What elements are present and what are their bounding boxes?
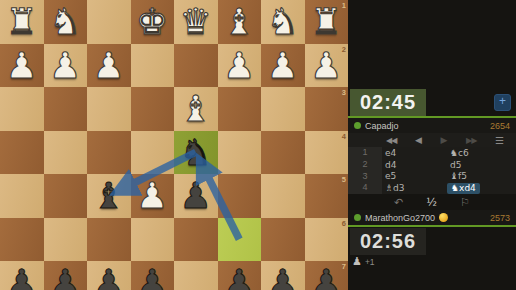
square-h7[interactable]: ♟ [0, 261, 44, 290]
captured-pawn-icon: ♟ [352, 256, 362, 267]
opponent-name[interactable]: Capadjo [365, 121, 399, 131]
white-bishop: ♝ [174, 87, 218, 131]
rank-label-7: 7 [342, 262, 346, 271]
black-pawn: ♟ [218, 261, 262, 290]
square-e3[interactable] [131, 87, 175, 131]
square-g7[interactable]: ♟ [44, 261, 88, 290]
square-f5[interactable]: ♝ [87, 174, 131, 218]
resign-flag-icon[interactable]: ⚐ [460, 196, 470, 209]
square-d2[interactable] [174, 44, 218, 88]
white-rook: ♜ [0, 0, 44, 44]
black-pawn: ♟ [0, 261, 44, 290]
square-b2[interactable]: ♟ [261, 44, 305, 88]
white-pawn: ♟ [0, 44, 44, 88]
rank-label-2: 2 [342, 45, 346, 54]
move-row-2: 2d4d5 [348, 159, 516, 171]
square-c2[interactable]: ♟ [218, 44, 262, 88]
move-number: 1 [348, 147, 382, 159]
black-pawn: ♟ [174, 174, 218, 218]
move-white-3[interactable]: e5 [382, 171, 447, 181]
square-e2[interactable] [131, 44, 175, 88]
black-pawn: ♟ [87, 261, 131, 290]
game-sidebar: 02:45 + Capadjo 2654 ◀◀ ◀ ▶ ▶▶ ☰ 1e4♞c62… [348, 0, 516, 290]
square-b6[interactable] [261, 218, 305, 262]
move-row-1: 1e4♞c6 [348, 147, 516, 159]
square-b4[interactable] [261, 131, 305, 175]
square-d6[interactable] [174, 218, 218, 262]
white-pawn: ♟ [218, 44, 262, 88]
square-g1[interactable]: ♞ [44, 0, 88, 44]
move-white-1[interactable]: e4 [382, 148, 447, 158]
square-d1[interactable]: ♛ [174, 0, 218, 44]
move-number: 3 [348, 171, 382, 183]
prev-move-icon[interactable]: ◀ [415, 135, 422, 145]
square-d5[interactable]: ♟ [174, 174, 218, 218]
square-b5[interactable] [261, 174, 305, 218]
give-time-icon[interactable]: + [494, 94, 511, 111]
white-pawn: ♟ [131, 174, 175, 218]
next-move-icon[interactable]: ▶ [441, 135, 448, 145]
opponent-rating: 2654 [490, 121, 510, 131]
square-b1[interactable]: ♞ [261, 0, 305, 44]
square-h6[interactable] [0, 218, 44, 262]
square-h4[interactable] [0, 131, 44, 175]
board-menu-icon[interactable]: ☰ [495, 135, 504, 146]
chess-board: ♜♞♚♛♝♞♜♟♟♟♟♟♟♝♞♝♟♟♟♟♟♟♟♟♟♜♞♝♚♛♜ 12345678 [0, 0, 348, 290]
square-f4[interactable] [87, 131, 131, 175]
material-advantage: ♟ +1 [348, 255, 516, 268]
white-bishop: ♝ [218, 0, 262, 44]
first-move-icon[interactable]: ◀◀ [386, 136, 396, 145]
last-move-icon[interactable]: ▶▶ [466, 136, 476, 145]
white-knight: ♞ [44, 0, 88, 44]
rank-label-4: 4 [342, 132, 346, 141]
square-b3[interactable] [261, 87, 305, 131]
square-b7[interactable]: ♟ [261, 261, 305, 290]
move-list: 1e4♞c62d4d53e5♝f54♗d3♞xd4 [348, 147, 516, 194]
white-pawn: ♟ [87, 44, 131, 88]
top-clock-row: 02:45 + [348, 88, 516, 116]
square-g4[interactable] [44, 131, 88, 175]
white-queen: ♛ [174, 0, 218, 44]
square-h2[interactable]: ♟ [0, 44, 44, 88]
player-rating: 2573 [490, 213, 510, 223]
move-white-4[interactable]: ♗d3 [382, 183, 447, 193]
move-black-4[interactable]: ♞xd4 [447, 183, 480, 194]
rank-label-5: 5 [342, 175, 346, 184]
offer-draw-button[interactable]: ½ [426, 196, 437, 209]
black-pawn: ♟ [44, 261, 88, 290]
move-black-2[interactable]: d5 [447, 160, 516, 170]
square-d7[interactable] [174, 261, 218, 290]
game-actions: ↶ ½ ⚐ [348, 194, 516, 210]
player-bar: MarathonGo2700 2573 [348, 210, 516, 225]
square-f1[interactable] [87, 0, 131, 44]
white-knight: ♞ [261, 0, 305, 44]
square-h3[interactable] [0, 87, 44, 131]
square-d4[interactable]: ♞ [174, 131, 218, 175]
square-c1[interactable]: ♝ [218, 0, 262, 44]
square-e6[interactable] [131, 218, 175, 262]
square-g2[interactable]: ♟ [44, 44, 88, 88]
bottom-clock-row: 02:56 [348, 227, 516, 255]
move-black-1[interactable]: ♞c6 [447, 148, 516, 158]
square-g5[interactable] [44, 174, 88, 218]
square-f7[interactable]: ♟ [87, 261, 131, 290]
square-c5[interactable] [218, 174, 262, 218]
black-pawn: ♟ [131, 261, 175, 290]
move-row-3: 3e5♝f5 [348, 171, 516, 183]
sidebar-top-spacer [348, 0, 516, 88]
rank-label-3: 3 [342, 88, 346, 97]
move-nav-bar: ◀◀ ◀ ▶ ▶▶ ☰ [348, 133, 516, 147]
square-g6[interactable] [44, 218, 88, 262]
black-knight: ♞ [174, 131, 218, 175]
player-clock: 02:56 [350, 228, 426, 255]
move-number: 4 [348, 182, 382, 194]
square-c7[interactable]: ♟ [218, 261, 262, 290]
square-c4[interactable] [218, 131, 262, 175]
square-c3[interactable] [218, 87, 262, 131]
online-dot-icon [354, 214, 361, 221]
rank-label-1: 1 [342, 1, 346, 10]
black-bishop: ♝ [87, 174, 131, 218]
rank-label-6: 6 [342, 219, 346, 228]
player-name[interactable]: MarathonGo2700 [365, 213, 435, 223]
square-e7[interactable]: ♟ [131, 261, 175, 290]
square-h1[interactable]: ♜ [0, 0, 44, 44]
square-e5[interactable]: ♟ [131, 174, 175, 218]
square-g3[interactable] [44, 87, 88, 131]
move-number: 2 [348, 159, 382, 171]
black-pawn: ♟ [261, 261, 305, 290]
white-pawn: ♟ [261, 44, 305, 88]
move-black-3[interactable]: ♝f5 [447, 171, 516, 181]
square-e4[interactable] [131, 131, 175, 175]
opponent-player-bar: Capadjo 2654 [348, 118, 516, 133]
move-white-2[interactable]: d4 [382, 160, 447, 170]
square-e1[interactable]: ♚ [131, 0, 175, 44]
move-row-4: 4♗d3♞xd4 [348, 182, 516, 194]
square-f2[interactable]: ♟ [87, 44, 131, 88]
white-king: ♚ [131, 0, 175, 44]
white-pawn: ♟ [44, 44, 88, 88]
square-f6[interactable] [87, 218, 131, 262]
player-flair-icon [439, 213, 448, 222]
square-d3[interactable]: ♝ [174, 87, 218, 131]
square-h5[interactable] [0, 174, 44, 218]
online-dot-icon [354, 122, 361, 129]
material-value: +1 [365, 257, 375, 267]
square-c6[interactable] [218, 218, 262, 262]
board-grid: ♜♞♚♛♝♞♜♟♟♟♟♟♟♝♞♝♟♟♟♟♟♟♟♟♟♜♞♝♚♛♜ [0, 0, 348, 290]
takeback-icon[interactable]: ↶ [394, 196, 403, 209]
opponent-clock: 02:45 [350, 89, 426, 116]
square-f3[interactable] [87, 87, 131, 131]
